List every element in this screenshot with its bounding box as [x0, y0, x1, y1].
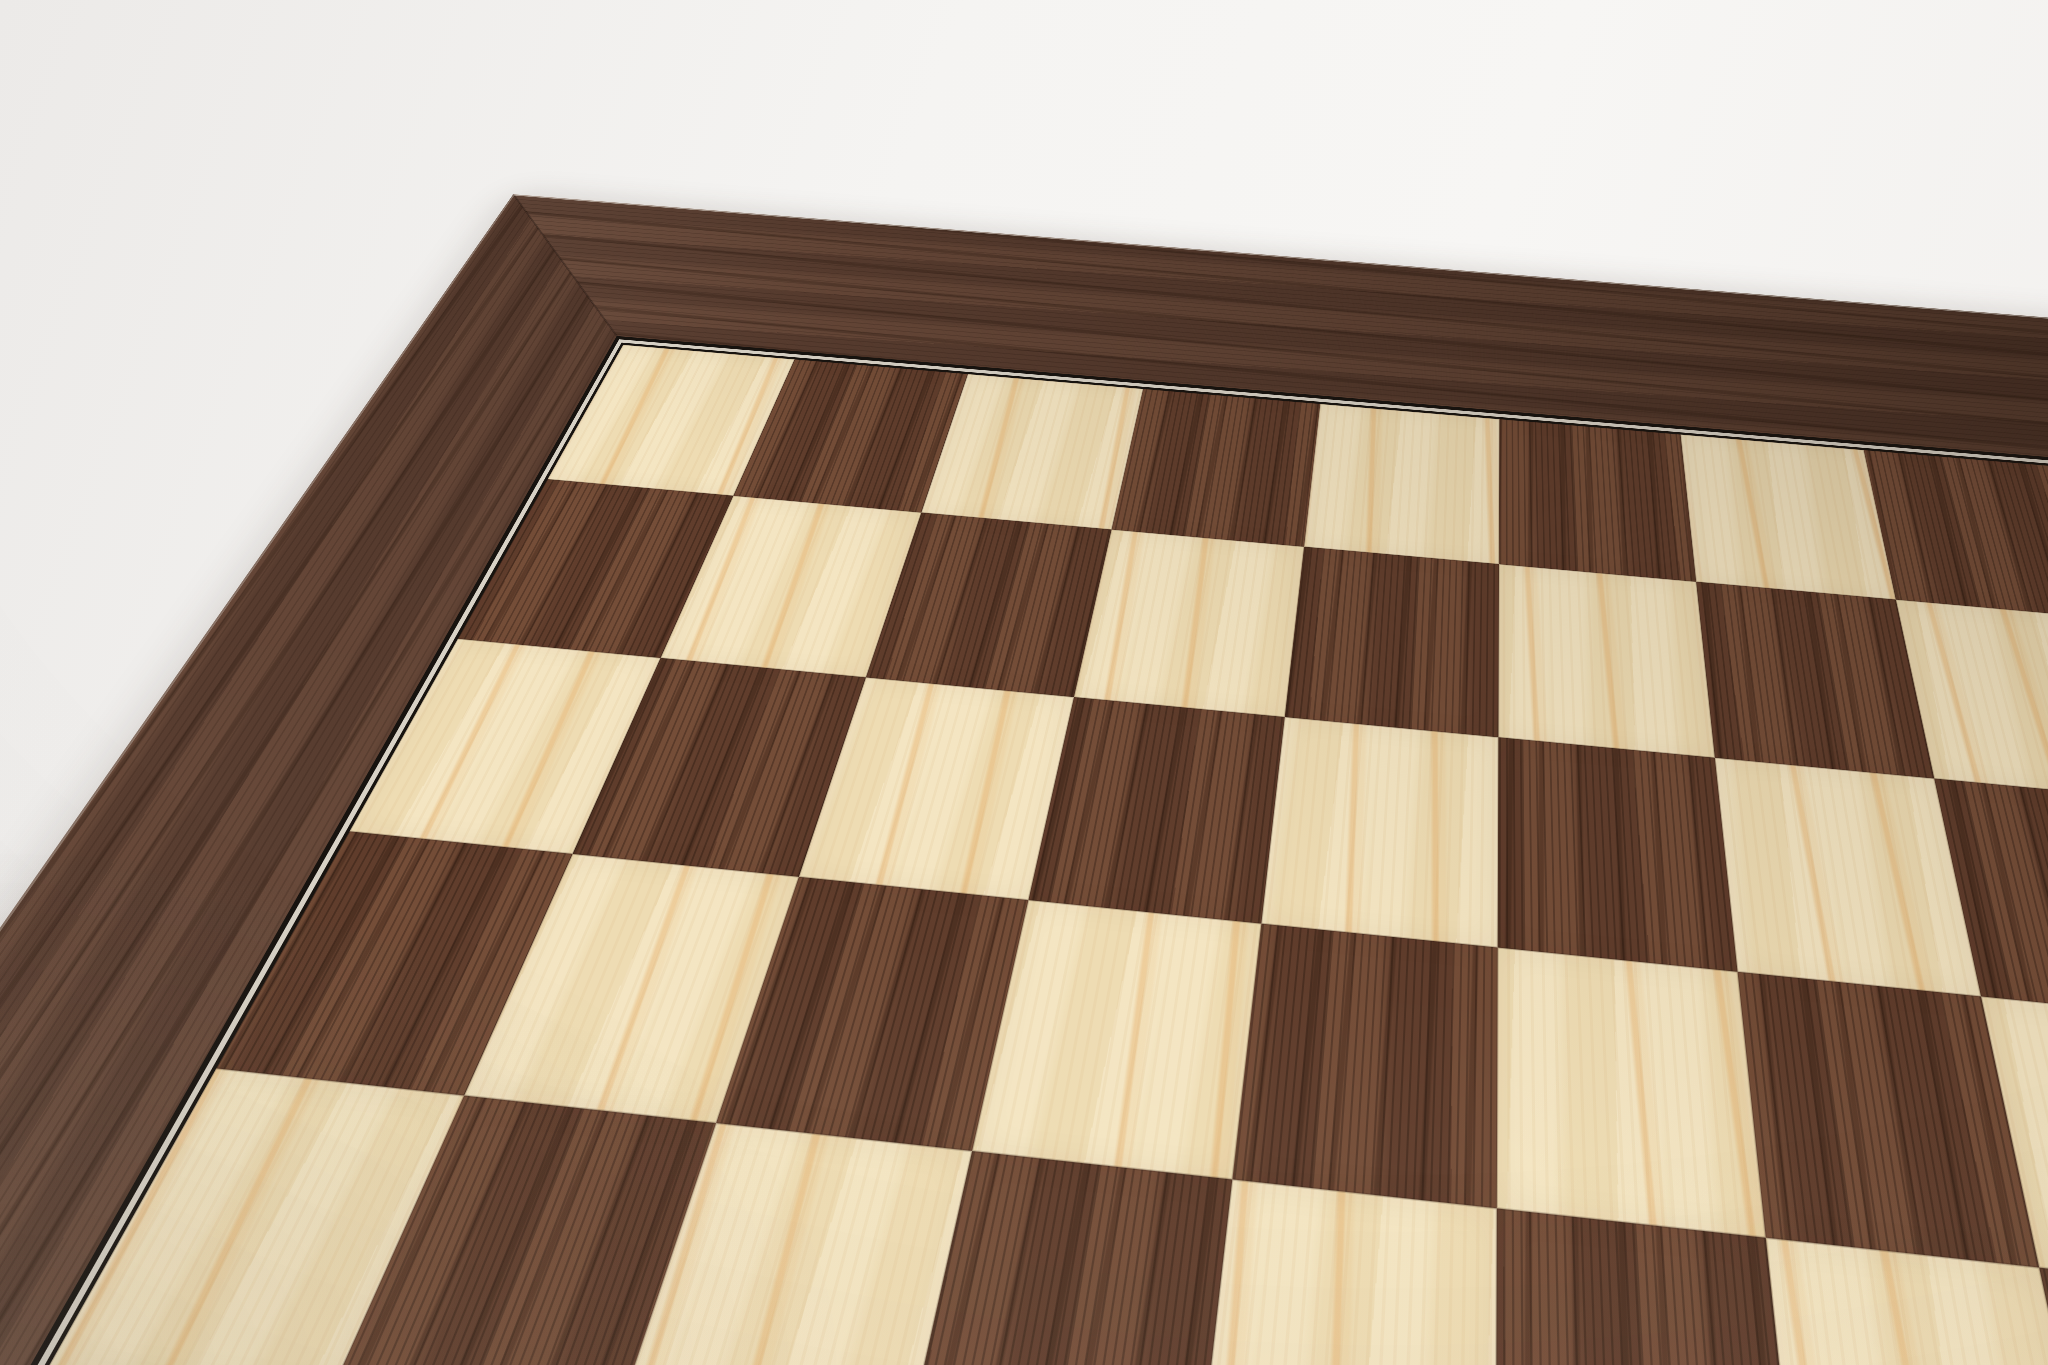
square-light [1261, 717, 1498, 947]
square-dark [1498, 737, 1738, 972]
square-dark [1112, 389, 1321, 547]
square-dark [1499, 419, 1696, 582]
square-light [1195, 1179, 1496, 1365]
square-dark [1028, 697, 1284, 924]
square-light [1304, 404, 1499, 564]
square-dark [1285, 547, 1499, 738]
square-dark [1232, 924, 1497, 1209]
square-light [1498, 564, 1714, 758]
photo [0, 0, 2048, 1365]
square-light [1497, 948, 1766, 1238]
square-light [1074, 530, 1304, 717]
square-light [1681, 434, 1896, 599]
